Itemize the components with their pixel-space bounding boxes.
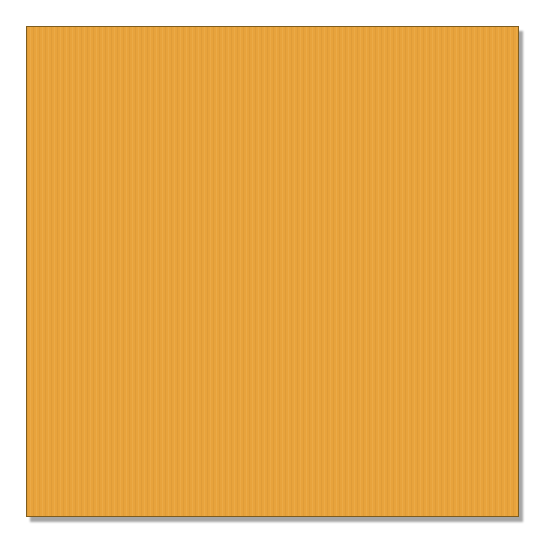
- go-diagram: [0, 0, 550, 550]
- go-board[interactable]: [26, 26, 519, 517]
- board-grid[interactable]: [42, 42, 504, 502]
